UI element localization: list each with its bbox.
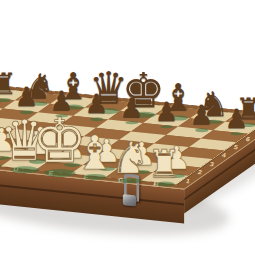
piece-white-rook: ♜	[148, 145, 182, 183]
piece-black-pawn: ♟	[85, 92, 109, 119]
piece-black-pawn: ♟	[190, 102, 214, 129]
piece-black-pawn: ♟	[120, 95, 144, 122]
piece-black-pawn: ♟	[155, 99, 179, 126]
latch-buckle-icon	[123, 194, 136, 206]
chess-set-photo: ABCDEFGH12345678 ♜♞♝♛♚♝♞♜♟♟♟♟♟♟♟♟♟♟♟♟♟♟♟…	[0, 0, 255, 255]
piece-white-knight: ♞	[110, 136, 149, 180]
piece-black-pawn: ♟	[225, 106, 249, 133]
piece-black-pawn: ♟	[0, 81, 4, 108]
